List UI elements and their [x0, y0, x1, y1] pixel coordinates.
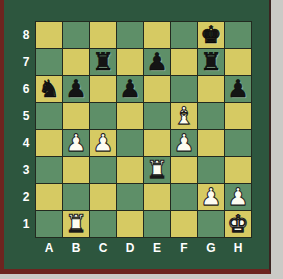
- square-a4[interactable]: [36, 130, 62, 156]
- square-b2[interactable]: [63, 184, 89, 210]
- square-e2[interactable]: [144, 184, 170, 210]
- square-g4[interactable]: [198, 130, 224, 156]
- file-label-b: B: [63, 241, 89, 258]
- square-h7[interactable]: [225, 49, 251, 75]
- rank-label-2: 2: [17, 184, 35, 210]
- white-king[interactable]: ♚: [227, 211, 249, 237]
- square-c1[interactable]: [90, 211, 116, 237]
- square-a5[interactable]: [36, 103, 62, 129]
- board-panel: 87654321 ♚♜♟♜♞♟♟♟♝♟♟♟♜♟♟♜♚ ABCDEFGH: [0, 0, 271, 274]
- black-rook[interactable]: ♜: [200, 49, 222, 75]
- square-h2[interactable]: ♟: [225, 184, 251, 210]
- square-a2[interactable]: [36, 184, 62, 210]
- square-f7[interactable]: [171, 49, 197, 75]
- square-d4[interactable]: [117, 130, 143, 156]
- square-d6[interactable]: ♟: [117, 76, 143, 102]
- file-label-g: G: [198, 241, 224, 258]
- square-h8[interactable]: [225, 22, 251, 48]
- rank-labels: 87654321: [17, 21, 35, 238]
- square-b3[interactable]: [63, 157, 89, 183]
- square-h3[interactable]: [225, 157, 251, 183]
- black-knight[interactable]: ♞: [38, 76, 60, 102]
- square-b6[interactable]: ♟: [63, 76, 89, 102]
- square-h1[interactable]: ♚: [225, 211, 251, 237]
- file-labels: ABCDEFGH: [35, 238, 252, 258]
- file-label-c: C: [90, 241, 116, 258]
- file-label-d: D: [117, 241, 143, 258]
- square-f5[interactable]: ♝: [171, 103, 197, 129]
- square-g7[interactable]: ♜: [198, 49, 224, 75]
- square-b8[interactable]: [63, 22, 89, 48]
- square-e6[interactable]: [144, 76, 170, 102]
- square-g5[interactable]: [198, 103, 224, 129]
- square-e5[interactable]: [144, 103, 170, 129]
- square-b7[interactable]: [63, 49, 89, 75]
- square-f2[interactable]: [171, 184, 197, 210]
- chess-board[interactable]: ♚♜♟♜♞♟♟♟♝♟♟♟♜♟♟♜♚: [35, 21, 252, 238]
- black-king[interactable]: ♚: [200, 22, 222, 48]
- square-f8[interactable]: [171, 22, 197, 48]
- black-pawn[interactable]: ♟: [65, 76, 87, 102]
- square-e8[interactable]: [144, 22, 170, 48]
- square-d7[interactable]: [117, 49, 143, 75]
- square-c7[interactable]: ♜: [90, 49, 116, 75]
- square-c4[interactable]: ♟: [90, 130, 116, 156]
- square-g8[interactable]: ♚: [198, 22, 224, 48]
- chess-app-screenshot: 87654321 ♚♜♟♜♞♟♟♟♝♟♟♟♜♟♟♜♚ ABCDEFGH: [0, 0, 283, 279]
- square-h4[interactable]: [225, 130, 251, 156]
- square-a7[interactable]: [36, 49, 62, 75]
- black-pawn[interactable]: ♟: [119, 76, 141, 102]
- file-label-a: A: [36, 241, 62, 258]
- square-g3[interactable]: [198, 157, 224, 183]
- square-g2[interactable]: ♟: [198, 184, 224, 210]
- square-c3[interactable]: [90, 157, 116, 183]
- black-pawn[interactable]: ♟: [227, 76, 249, 102]
- square-h5[interactable]: [225, 103, 251, 129]
- square-g6[interactable]: [198, 76, 224, 102]
- square-h6[interactable]: ♟: [225, 76, 251, 102]
- rank-label-1: 1: [17, 211, 35, 237]
- white-pawn[interactable]: ♟: [65, 130, 87, 156]
- square-f4[interactable]: ♟: [171, 130, 197, 156]
- white-pawn[interactable]: ♟: [92, 130, 114, 156]
- square-b1[interactable]: ♜: [63, 211, 89, 237]
- white-pawn[interactable]: ♟: [227, 184, 249, 210]
- square-e4[interactable]: [144, 130, 170, 156]
- square-c5[interactable]: [90, 103, 116, 129]
- square-f6[interactable]: [171, 76, 197, 102]
- white-pawn[interactable]: ♟: [173, 130, 195, 156]
- file-label-h: H: [225, 241, 251, 258]
- rank-label-4: 4: [17, 130, 35, 156]
- rank-label-7: 7: [17, 49, 35, 75]
- white-rook[interactable]: ♜: [65, 211, 87, 237]
- square-e7[interactable]: ♟: [144, 49, 170, 75]
- square-e1[interactable]: [144, 211, 170, 237]
- square-a3[interactable]: [36, 157, 62, 183]
- square-a1[interactable]: [36, 211, 62, 237]
- file-label-e: E: [144, 241, 170, 258]
- square-c8[interactable]: [90, 22, 116, 48]
- square-d3[interactable]: [117, 157, 143, 183]
- square-c6[interactable]: [90, 76, 116, 102]
- board-area: 87654321 ♚♜♟♜♞♟♟♟♝♟♟♟♜♟♟♜♚ ABCDEFGH: [17, 21, 269, 258]
- square-d5[interactable]: [117, 103, 143, 129]
- square-e3[interactable]: ♜: [144, 157, 170, 183]
- square-d1[interactable]: [117, 211, 143, 237]
- rank-label-8: 8: [17, 22, 35, 48]
- square-d2[interactable]: [117, 184, 143, 210]
- white-pawn[interactable]: ♟: [200, 184, 222, 210]
- square-b4[interactable]: ♟: [63, 130, 89, 156]
- rank-label-3: 3: [17, 157, 35, 183]
- rank-label-5: 5: [17, 103, 35, 129]
- square-a6[interactable]: ♞: [36, 76, 62, 102]
- square-f1[interactable]: [171, 211, 197, 237]
- square-b5[interactable]: [63, 103, 89, 129]
- square-d8[interactable]: [117, 22, 143, 48]
- square-c2[interactable]: [90, 184, 116, 210]
- black-pawn[interactable]: ♟: [146, 49, 168, 75]
- file-label-f: F: [171, 241, 197, 258]
- black-rook[interactable]: ♜: [92, 49, 114, 75]
- white-rook[interactable]: ♜: [146, 157, 168, 183]
- square-f3[interactable]: [171, 157, 197, 183]
- white-bishop[interactable]: ♝: [173, 103, 195, 129]
- square-g1[interactable]: [198, 211, 224, 237]
- rank-label-6: 6: [17, 76, 35, 102]
- square-a8[interactable]: [36, 22, 62, 48]
